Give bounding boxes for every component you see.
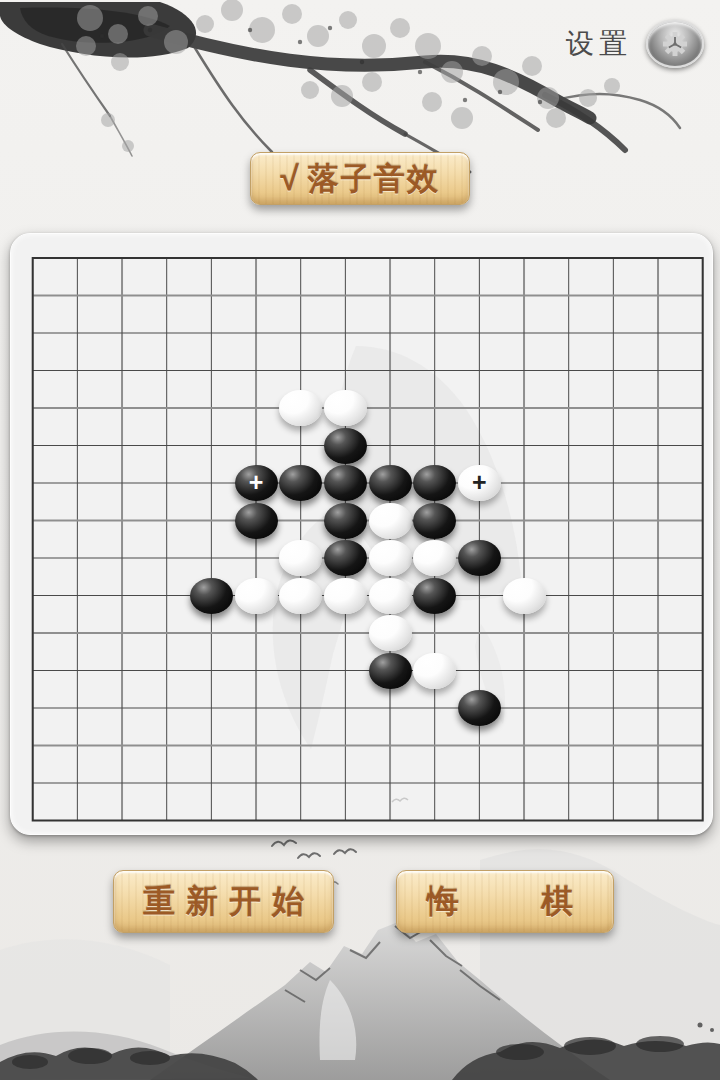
undo-button-label-right: 棋 bbox=[541, 880, 573, 924]
settings-header: 设置 bbox=[566, 20, 704, 68]
restart-button-label: 重新开始 bbox=[132, 880, 315, 924]
undo-button[interactable]: 悔 棋 bbox=[396, 870, 614, 933]
board-grid[interactable] bbox=[11, 234, 712, 834]
app-screen: 设置 bbox=[0, 0, 720, 1080]
sound-toggle-label: 落子音效 bbox=[308, 158, 440, 200]
faint-bird-mark bbox=[392, 798, 408, 802]
gear-icon bbox=[657, 27, 693, 61]
board-panel: ++ bbox=[10, 233, 713, 835]
settings-gear-button[interactable] bbox=[646, 20, 704, 68]
restart-button[interactable]: 重新开始 bbox=[113, 870, 334, 933]
board-watermark-icon bbox=[273, 346, 521, 749]
settings-label: 设置 bbox=[566, 25, 632, 63]
check-icon: √ bbox=[280, 159, 299, 198]
undo-button-label-left: 悔 bbox=[427, 880, 459, 924]
sound-toggle-button[interactable]: √ 落子音效 bbox=[250, 152, 470, 205]
